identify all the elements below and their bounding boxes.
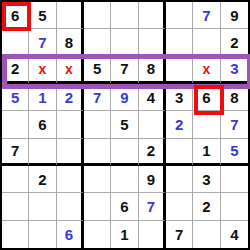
cell-r6c7[interactable]: 3	[193, 166, 220, 193]
cell-r1c1[interactable]: 7	[29, 29, 56, 56]
cell-r2c6[interactable]	[166, 57, 193, 84]
cell-r4c3[interactable]	[84, 111, 111, 138]
cell-r6c8[interactable]	[221, 166, 248, 193]
cell-r3c4[interactable]: 9	[111, 84, 138, 111]
cell-r6c5[interactable]: 9	[139, 166, 166, 193]
cell-r7c4[interactable]: 6	[111, 193, 138, 220]
cell-r7c2[interactable]	[57, 193, 84, 220]
cell-r3c0[interactable]: 5	[2, 84, 29, 111]
cell-r4c8[interactable]: 7	[221, 111, 248, 138]
cell-r7c8[interactable]	[221, 193, 248, 220]
cell-r0c8[interactable]: 9	[221, 2, 248, 29]
cell-r2c4[interactable]: 7	[111, 57, 138, 84]
cell-r7c6[interactable]	[166, 193, 193, 220]
cell-r6c6[interactable]	[166, 166, 193, 193]
cell-r8c7[interactable]	[193, 221, 220, 248]
cell-r8c6[interactable]: 7	[166, 221, 193, 248]
cell-r8c0[interactable]	[2, 221, 29, 248]
cell-r1c2[interactable]: 8	[57, 29, 84, 56]
cell-r7c0[interactable]	[2, 193, 29, 220]
cell-r3c2[interactable]: 2	[57, 84, 84, 111]
cell-r2c2[interactable]: x	[57, 57, 84, 84]
cell-r4c4[interactable]: 5	[111, 111, 138, 138]
cell-r2c0[interactable]: 2	[2, 57, 29, 84]
cell-r0c6[interactable]	[166, 2, 193, 29]
cell-r7c7[interactable]: 2	[193, 193, 220, 220]
cell-r0c0[interactable]: 6	[2, 2, 29, 29]
cell-r8c3[interactable]	[84, 221, 111, 248]
cell-r1c3[interactable]	[84, 29, 111, 56]
cell-r5c6[interactable]	[166, 139, 193, 166]
cell-r6c0[interactable]	[2, 166, 29, 193]
cell-r5c1[interactable]	[29, 139, 56, 166]
cell-r0c7[interactable]: 7	[193, 2, 220, 29]
cell-r3c7[interactable]: 6	[193, 84, 220, 111]
cell-r2c7[interactable]: x	[193, 57, 220, 84]
cell-r8c1[interactable]	[29, 221, 56, 248]
cell-r1c7[interactable]	[193, 29, 220, 56]
cell-r8c4[interactable]: 1	[111, 221, 138, 248]
cell-r8c2[interactable]: 6	[57, 221, 84, 248]
cell-r4c5[interactable]	[139, 111, 166, 138]
cell-r0c4[interactable]	[111, 2, 138, 29]
cell-r5c0[interactable]: 7	[2, 139, 29, 166]
cell-r1c4[interactable]	[111, 29, 138, 56]
cell-r1c0[interactable]	[2, 29, 29, 56]
cell-r4c6[interactable]: 2	[166, 111, 193, 138]
sudoku-board: 65797822xx578x35127943686527721529367261…	[0, 0, 250, 250]
cell-r5c8[interactable]: 5	[221, 139, 248, 166]
cell-r0c3[interactable]	[84, 2, 111, 29]
cell-r4c0[interactable]	[2, 111, 29, 138]
cell-r2c1[interactable]: x	[29, 57, 56, 84]
cell-r7c3[interactable]	[84, 193, 111, 220]
cell-r7c5[interactable]: 7	[139, 193, 166, 220]
cell-r1c5[interactable]	[139, 29, 166, 56]
cell-r1c8[interactable]: 2	[221, 29, 248, 56]
cell-r5c4[interactable]	[111, 139, 138, 166]
cell-r4c7[interactable]	[193, 111, 220, 138]
cell-r2c5[interactable]: 8	[139, 57, 166, 84]
cell-r2c3[interactable]: 5	[84, 57, 111, 84]
cell-r6c4[interactable]	[111, 166, 138, 193]
cell-r5c7[interactable]: 1	[193, 139, 220, 166]
cell-r5c5[interactable]: 2	[139, 139, 166, 166]
cell-r0c5[interactable]	[139, 2, 166, 29]
cell-r8c5[interactable]	[139, 221, 166, 248]
cell-r3c6[interactable]: 3	[166, 84, 193, 111]
cell-r7c1[interactable]	[29, 193, 56, 220]
cell-r6c3[interactable]	[84, 166, 111, 193]
cell-r3c1[interactable]: 1	[29, 84, 56, 111]
cell-r2c8[interactable]: 3	[221, 57, 248, 84]
cell-r5c2[interactable]	[57, 139, 84, 166]
cell-r3c8[interactable]: 8	[221, 84, 248, 111]
cell-r3c3[interactable]: 7	[84, 84, 111, 111]
cell-r0c1[interactable]: 5	[29, 2, 56, 29]
cell-r3c5[interactable]: 4	[139, 84, 166, 111]
cell-r6c2[interactable]	[57, 166, 84, 193]
cell-r0c2[interactable]	[57, 2, 84, 29]
cell-r5c3[interactable]	[84, 139, 111, 166]
cell-r1c6[interactable]	[166, 29, 193, 56]
cell-r8c8[interactable]: 4	[221, 221, 248, 248]
cell-r4c1[interactable]: 6	[29, 111, 56, 138]
cell-r6c1[interactable]: 2	[29, 166, 56, 193]
cell-r4c2[interactable]	[57, 111, 84, 138]
